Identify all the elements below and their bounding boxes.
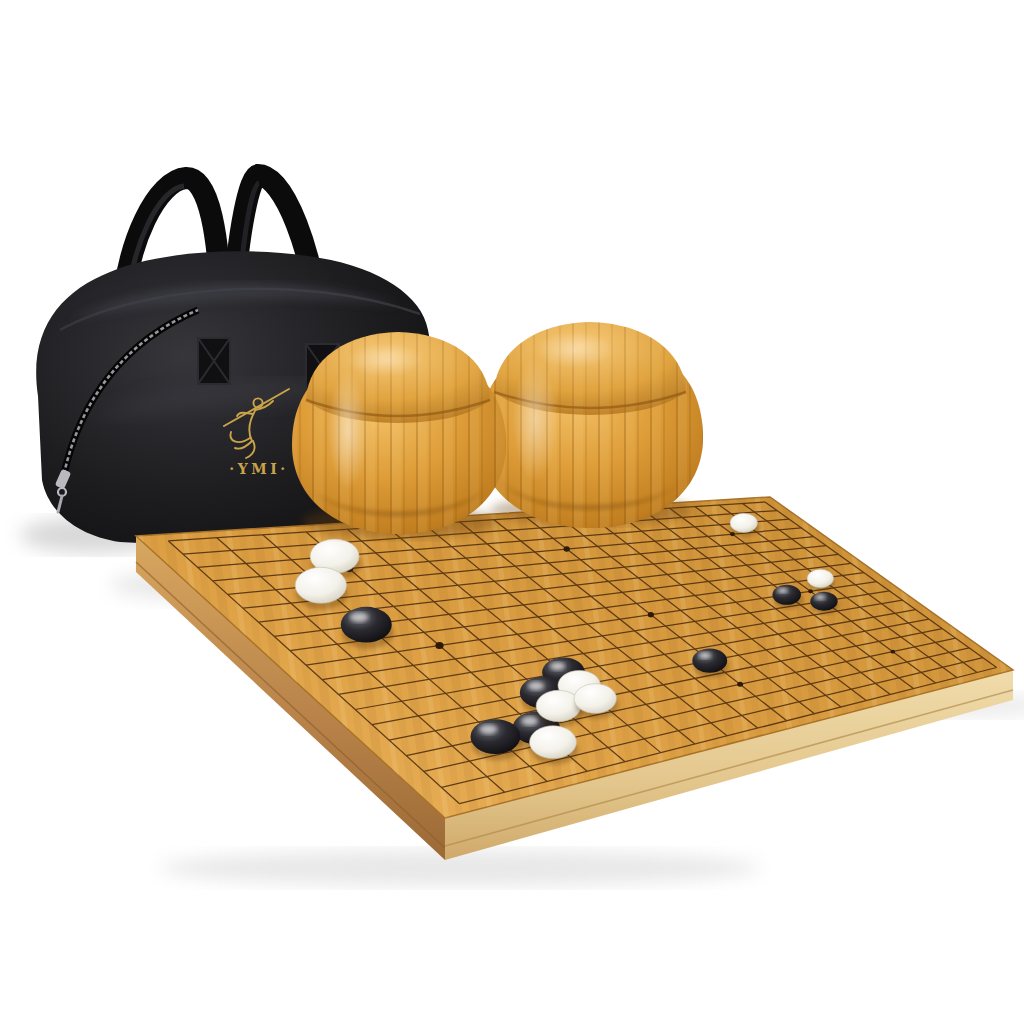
- black-stone: [471, 719, 521, 754]
- black-stone-highlight: [479, 724, 497, 734]
- black-stone: [772, 585, 801, 605]
- white-stone: [530, 726, 577, 759]
- black-stone: [810, 592, 837, 611]
- star-point: [891, 650, 896, 654]
- black-stone: [692, 648, 727, 672]
- white-stone: [574, 684, 616, 714]
- go-board: [136, 495, 1013, 860]
- product-photo-scene: ·YMI·: [0, 0, 1024, 1024]
- black-stone-highlight: [699, 652, 712, 659]
- star-point: [648, 612, 654, 617]
- white-stone: [295, 567, 346, 603]
- black-stone-highlight: [778, 588, 788, 594]
- scene-canvas: ·YMI·: [0, 0, 1024, 1024]
- right-bowl-lid-gloss: [535, 332, 615, 368]
- star-point: [564, 546, 570, 551]
- black-stone-highlight: [528, 681, 544, 690]
- star-point: [435, 642, 443, 649]
- bag-stitch-patch-left: [198, 338, 230, 384]
- left-bowl-gloss: [328, 370, 368, 490]
- black-stone: [341, 607, 392, 643]
- star-point: [808, 589, 813, 593]
- go-bowl-left: [292, 332, 506, 534]
- white-stone: [730, 513, 757, 532]
- bag-label: ·YMI·: [229, 461, 288, 477]
- go-bowl-right: [479, 322, 703, 528]
- left-bowl-lid-gloss: [347, 343, 423, 377]
- white-stone: [536, 690, 581, 721]
- black-stone-highlight: [550, 662, 565, 670]
- black-stone-highlight: [815, 595, 825, 600]
- right-bowl-gloss: [513, 358, 557, 482]
- star-point: [737, 682, 743, 687]
- star-point: [730, 532, 735, 536]
- black-stone-highlight: [350, 612, 368, 622]
- black-stone-highlight: [521, 716, 538, 725]
- white-stone: [807, 569, 833, 588]
